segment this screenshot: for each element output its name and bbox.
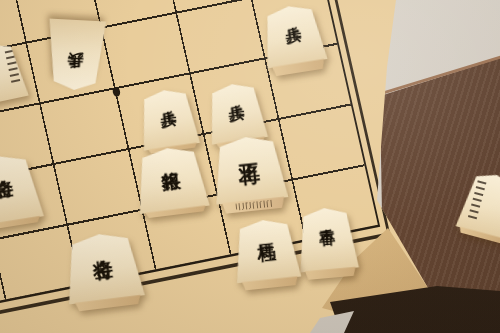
piece-pawn-4f-gote[interactable]: 歩兵: [45, 19, 107, 92]
piece-king-2h[interactable]: 王将: [209, 133, 289, 204]
ink-stroke-marks: [468, 180, 487, 219]
piece-kanji: 歩兵: [225, 91, 248, 142]
piece-kanji: 香車: [317, 215, 338, 270]
piece-kanji: 銀将: [159, 156, 185, 211]
piece-kanji: 歩兵: [157, 97, 180, 148]
piece-kanji: 金将: [0, 164, 19, 223]
piece-pawn-3g[interactable]: 歩兵: [135, 86, 200, 151]
piece-lance-1i[interactable]: 香車: [294, 206, 359, 273]
piece-kanji: 桂馬: [255, 228, 279, 281]
piece-kanji: 王将: [236, 146, 263, 202]
maker-signature: [235, 200, 273, 211]
piece-knight-2i[interactable]: 桂馬: [230, 217, 302, 284]
piece-silver-3h[interactable]: 銀将: [131, 144, 210, 214]
piece-pawn-1f[interactable]: 歩兵: [258, 2, 328, 69]
piece-kanji: 金将: [90, 243, 117, 301]
ink-stroke-marks: [5, 50, 21, 87]
photo-stage: 歩兵 歩兵 歩兵 歩兵 銀将 王将 金将 香車 桂馬: [0, 0, 500, 333]
piece-kanji: 歩兵: [66, 20, 86, 83]
piece-kanji: 歩兵: [282, 13, 306, 65]
piece-gold-4i[interactable]: 金将: [60, 229, 145, 304]
piece-kanji: [0, 52, 1, 101]
